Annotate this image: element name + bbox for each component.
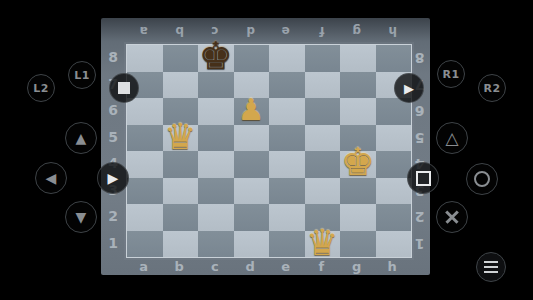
square-d7 xyxy=(234,72,270,99)
dpad-right-icon: ▶ xyxy=(108,171,119,185)
coord-label: 1 xyxy=(409,230,430,257)
square-e3 xyxy=(269,178,305,205)
square-d3 xyxy=(234,178,270,205)
coord-label: a xyxy=(126,21,162,41)
coord-label: b xyxy=(162,21,198,41)
coord-label: 1 xyxy=(101,230,125,257)
square-f7 xyxy=(305,72,341,99)
square-e1 xyxy=(269,231,305,258)
coord-label: 2 xyxy=(101,203,125,230)
coord-label: c xyxy=(197,258,233,274)
square-e2 xyxy=(269,204,305,231)
square-a4 xyxy=(127,151,163,178)
emulator-screen: abcdefgh 87654321 87654321 abcdefgh ♚♟♛♚… xyxy=(0,0,533,300)
coord-label: d xyxy=(233,21,269,41)
square-d1 xyxy=(234,231,270,258)
square-f8 xyxy=(305,45,341,72)
circle-button[interactable] xyxy=(466,163,498,195)
square-b5 xyxy=(163,125,199,152)
square-f5 xyxy=(305,125,341,152)
square-a5 xyxy=(127,125,163,152)
dpad-down-button[interactable]: ▼ xyxy=(65,201,97,233)
select-button[interactable] xyxy=(109,73,139,103)
square-h4 xyxy=(376,151,412,178)
square-a3 xyxy=(127,178,163,205)
r2-button[interactable]: R2 xyxy=(478,74,506,102)
square-d4 xyxy=(234,151,270,178)
square-b8 xyxy=(163,45,199,72)
board-squares: ♚♟♛♚♛ xyxy=(126,44,412,258)
square-e7 xyxy=(269,72,305,99)
l2-label: L2 xyxy=(33,82,49,95)
square-e5 xyxy=(269,125,305,152)
square-c5 xyxy=(198,125,234,152)
square-e6 xyxy=(269,98,305,125)
square-g8 xyxy=(340,45,376,72)
square-c3 xyxy=(198,178,234,205)
coord-label: e xyxy=(268,21,304,41)
square-c1 xyxy=(198,231,234,258)
file-labels-bottom: abcdefgh xyxy=(126,258,410,274)
coord-label: e xyxy=(268,258,304,274)
r2-label: R2 xyxy=(483,82,500,95)
square-f1 xyxy=(305,231,341,258)
square-d6 xyxy=(234,98,270,125)
r1-label: R1 xyxy=(442,68,459,81)
dpad-down-icon: ▼ xyxy=(76,210,87,224)
square-c2 xyxy=(198,204,234,231)
square-f2 xyxy=(305,204,341,231)
select-icon xyxy=(118,82,130,94)
square-c8 xyxy=(198,45,234,72)
square-b2 xyxy=(163,204,199,231)
coord-label: b xyxy=(162,258,198,274)
square-g1 xyxy=(340,231,376,258)
square-f6 xyxy=(305,98,341,125)
file-labels-top: abcdefgh xyxy=(126,21,410,41)
square-a8 xyxy=(127,45,163,72)
square-h2 xyxy=(376,204,412,231)
square-h1 xyxy=(376,231,412,258)
l2-button[interactable]: L2 xyxy=(27,74,55,102)
square-c6 xyxy=(198,98,234,125)
square-d2 xyxy=(234,204,270,231)
triangle-button[interactable]: △ xyxy=(436,122,468,154)
square-h5 xyxy=(376,125,412,152)
square-b6 xyxy=(163,98,199,125)
circle-icon xyxy=(474,171,490,187)
square-d5 xyxy=(234,125,270,152)
r1-button[interactable]: R1 xyxy=(437,60,465,88)
square-f3 xyxy=(305,178,341,205)
menu-icon xyxy=(484,261,498,273)
square-g7 xyxy=(340,72,376,99)
l1-label: L1 xyxy=(74,69,90,82)
square-a6 xyxy=(127,98,163,125)
square-b7 xyxy=(163,72,199,99)
square-e4 xyxy=(269,151,305,178)
dpad-up-button[interactable]: ▲ xyxy=(65,122,97,154)
square-icon xyxy=(416,171,431,186)
cross-button[interactable] xyxy=(436,201,468,233)
coord-label: 8 xyxy=(101,44,125,71)
dpad-left-icon: ◀ xyxy=(46,171,57,185)
square-g2 xyxy=(340,204,376,231)
coord-label: g xyxy=(339,258,375,274)
square-d8 xyxy=(234,45,270,72)
coord-label: f xyxy=(304,258,340,274)
start-button[interactable]: ▶ xyxy=(394,73,424,103)
square-b1 xyxy=(163,231,199,258)
coord-label: f xyxy=(304,21,340,41)
square-e8 xyxy=(269,45,305,72)
coord-label: h xyxy=(375,258,411,274)
square-c7 xyxy=(198,72,234,99)
chess-board: abcdefgh 87654321 87654321 abcdefgh ♚♟♛♚… xyxy=(101,18,430,275)
coord-label: d xyxy=(233,258,269,274)
coord-label: a xyxy=(126,258,162,274)
coord-label: 5 xyxy=(409,124,430,151)
square-f4 xyxy=(305,151,341,178)
dpad-right-button[interactable]: ▶ xyxy=(97,162,129,194)
square-b3 xyxy=(163,178,199,205)
square-g3 xyxy=(340,178,376,205)
coord-label: c xyxy=(197,21,233,41)
triangle-icon: △ xyxy=(445,130,458,147)
square-a2 xyxy=(127,204,163,231)
square-g5 xyxy=(340,125,376,152)
coord-label: 8 xyxy=(409,44,430,71)
l1-button[interactable]: L1 xyxy=(68,61,96,89)
square-g6 xyxy=(340,98,376,125)
coord-label: 2 xyxy=(409,203,430,230)
dpad-up-icon: ▲ xyxy=(76,131,87,145)
square-g4 xyxy=(340,151,376,178)
square-h8 xyxy=(376,45,412,72)
cross-icon xyxy=(444,209,460,225)
start-icon: ▶ xyxy=(404,82,414,95)
square-a1 xyxy=(127,231,163,258)
square-button[interactable] xyxy=(407,162,439,194)
coord-label: h xyxy=(375,21,411,41)
square-h3 xyxy=(376,178,412,205)
square-b4 xyxy=(163,151,199,178)
dpad-left-button[interactable]: ◀ xyxy=(35,162,67,194)
coord-label: 5 xyxy=(101,124,125,151)
menu-button[interactable] xyxy=(476,252,506,282)
square-c4 xyxy=(198,151,234,178)
coord-label: g xyxy=(339,21,375,41)
